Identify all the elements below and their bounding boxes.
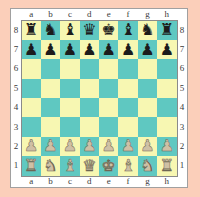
square-f7[interactable]: ♟ (118, 40, 137, 59)
square-d4[interactable] (80, 98, 99, 117)
file-label-f-bottom: f (118, 176, 137, 188)
square-g6[interactable] (138, 59, 157, 78)
black-pawn-piece: ♟ (82, 41, 96, 57)
black-pawn-piece: ♟ (160, 41, 174, 57)
square-g4[interactable] (138, 98, 157, 117)
square-f4[interactable] (118, 98, 137, 117)
square-h7[interactable]: ♟ (157, 40, 176, 59)
square-c3[interactable] (60, 117, 79, 136)
white-pawn-piece: ♟ (82, 138, 96, 154)
square-b4[interactable] (41, 98, 60, 117)
rank-label-5-right: 5 (177, 79, 188, 98)
square-b1[interactable]: ♞ (41, 156, 60, 175)
square-e8[interactable]: ♚ (99, 20, 118, 39)
white-queen-piece: ♛ (82, 157, 96, 173)
black-bishop-piece: ♝ (121, 22, 135, 38)
square-d1[interactable]: ♛ (80, 156, 99, 175)
square-f8[interactable]: ♝ (118, 20, 137, 39)
square-a7[interactable]: ♟ (21, 40, 40, 59)
black-bishop-piece: ♝ (63, 22, 77, 38)
black-knight-piece: ♞ (140, 22, 154, 38)
black-pawn-piece: ♟ (140, 41, 154, 57)
square-c4[interactable] (60, 98, 79, 117)
white-rook-piece: ♜ (24, 157, 38, 173)
rank-label-1-left: 1 (10, 156, 21, 175)
white-pawn-piece: ♟ (160, 138, 174, 154)
square-b7[interactable]: ♟ (41, 40, 60, 59)
square-a2[interactable]: ♟ (21, 137, 40, 156)
black-pawn-piece: ♟ (121, 41, 135, 57)
square-c7[interactable]: ♟ (60, 40, 79, 59)
file-label-d-top: d (80, 8, 99, 20)
white-pawn-piece: ♟ (102, 138, 116, 154)
rank-label-1-right: 1 (177, 156, 188, 175)
rank-label-7-right: 7 (177, 40, 188, 59)
square-e1[interactable]: ♚ (99, 156, 118, 175)
file-label-d-bottom: d (80, 176, 99, 188)
rank-label-3-right: 3 (177, 117, 188, 136)
square-c6[interactable] (60, 59, 79, 78)
file-label-b-top: b (41, 8, 60, 20)
square-g7[interactable]: ♟ (138, 40, 157, 59)
white-king-piece: ♚ (102, 157, 116, 173)
rank-label-2-right: 2 (177, 137, 188, 156)
square-g3[interactable] (138, 117, 157, 136)
square-d6[interactable] (80, 59, 99, 78)
rank-label-8-left: 8 (10, 20, 21, 39)
rank-label-8-right: 8 (177, 20, 188, 39)
square-g1[interactable]: ♞ (138, 156, 157, 175)
file-label-a-top: a (21, 8, 40, 20)
white-pawn-piece: ♟ (63, 138, 77, 154)
square-a3[interactable] (21, 117, 40, 136)
file-label-f-top: f (118, 8, 137, 20)
white-rook-piece: ♜ (160, 157, 174, 173)
white-pawn-piece: ♟ (121, 138, 135, 154)
black-pawn-piece: ♟ (63, 41, 77, 57)
chessboard-frame: abcdefgh8♜♞♝♛♚♝♞♜87♟♟♟♟♟♟♟♟7665544332♟♟♟… (10, 8, 188, 188)
square-d2[interactable]: ♟ (80, 137, 99, 156)
black-king-piece: ♚ (102, 22, 116, 38)
rank-label-4-left: 4 (10, 98, 21, 117)
file-label-e-bottom: e (99, 176, 118, 188)
square-h2[interactable]: ♟ (157, 137, 176, 156)
rank-label-4-right: 4 (177, 98, 188, 117)
square-h6[interactable] (157, 59, 176, 78)
white-pawn-piece: ♟ (140, 138, 154, 154)
white-knight-piece: ♞ (140, 157, 154, 173)
black-pawn-piece: ♟ (24, 41, 38, 57)
square-d7[interactable]: ♟ (80, 40, 99, 59)
white-pawn-piece: ♟ (43, 138, 57, 154)
file-label-b-bottom: b (41, 176, 60, 188)
square-g8[interactable]: ♞ (138, 20, 157, 39)
square-f1[interactable]: ♝ (118, 156, 137, 175)
corner-spacer (177, 176, 188, 188)
black-pawn-piece: ♟ (43, 41, 57, 57)
file-label-h-top: h (157, 8, 176, 20)
square-e5[interactable] (99, 79, 118, 98)
rank-label-2-left: 2 (10, 137, 21, 156)
black-pawn-piece: ♟ (102, 41, 116, 57)
square-d8[interactable]: ♛ (80, 20, 99, 39)
square-e3[interactable] (99, 117, 118, 136)
square-c1[interactable]: ♝ (60, 156, 79, 175)
square-h1[interactable]: ♜ (157, 156, 176, 175)
square-g5[interactable] (138, 79, 157, 98)
file-label-h-bottom: h (157, 176, 176, 188)
white-knight-piece: ♞ (43, 157, 57, 173)
square-d3[interactable] (80, 117, 99, 136)
square-b6[interactable] (41, 59, 60, 78)
corner-spacer (10, 176, 21, 188)
black-knight-piece: ♞ (43, 22, 57, 38)
file-label-c-top: c (60, 8, 79, 20)
black-rook-piece: ♜ (160, 22, 174, 38)
square-h3[interactable] (157, 117, 176, 136)
square-c5[interactable] (60, 79, 79, 98)
square-h5[interactable] (157, 79, 176, 98)
square-a4[interactable] (21, 98, 40, 117)
square-f5[interactable] (118, 79, 137, 98)
square-e7[interactable]: ♟ (99, 40, 118, 59)
square-a1[interactable]: ♜ (21, 156, 40, 175)
file-label-a-bottom: a (21, 176, 40, 188)
square-h8[interactable]: ♜ (157, 20, 176, 39)
square-c2[interactable]: ♟ (60, 137, 79, 156)
file-label-g-bottom: g (138, 176, 157, 188)
chessboard: abcdefgh8♜♞♝♛♚♝♞♜87♟♟♟♟♟♟♟♟7665544332♟♟♟… (11, 9, 187, 187)
rank-label-5-left: 5 (10, 79, 21, 98)
white-bishop-piece: ♝ (63, 157, 77, 173)
square-f3[interactable] (118, 117, 137, 136)
square-e6[interactable] (99, 59, 118, 78)
square-b8[interactable]: ♞ (41, 20, 60, 39)
white-pawn-piece: ♟ (24, 138, 38, 154)
rank-label-7-left: 7 (10, 40, 21, 59)
square-b3[interactable] (41, 117, 60, 136)
square-f6[interactable] (118, 59, 137, 78)
square-g2[interactable]: ♟ (138, 137, 157, 156)
white-bishop-piece: ♝ (121, 157, 135, 173)
square-e2[interactable]: ♟ (99, 137, 118, 156)
rank-label-6-left: 6 (10, 59, 21, 78)
file-label-c-bottom: c (60, 176, 79, 188)
square-b5[interactable] (41, 79, 60, 98)
file-label-e-top: e (99, 8, 118, 20)
square-b2[interactable]: ♟ (41, 137, 60, 156)
square-a6[interactable] (21, 59, 40, 78)
square-a8[interactable]: ♜ (21, 20, 40, 39)
square-a5[interactable] (21, 79, 40, 98)
square-e4[interactable] (99, 98, 118, 117)
corner-spacer (177, 8, 188, 20)
rank-label-3-left: 3 (10, 117, 21, 136)
black-queen-piece: ♛ (82, 22, 96, 38)
corner-spacer (10, 8, 21, 20)
square-c8[interactable]: ♝ (60, 20, 79, 39)
black-rook-piece: ♜ (24, 22, 38, 38)
square-f2[interactable]: ♟ (118, 137, 137, 156)
square-h4[interactable] (157, 98, 176, 117)
square-d5[interactable] (80, 79, 99, 98)
rank-label-6-right: 6 (177, 59, 188, 78)
file-label-g-top: g (138, 8, 157, 20)
